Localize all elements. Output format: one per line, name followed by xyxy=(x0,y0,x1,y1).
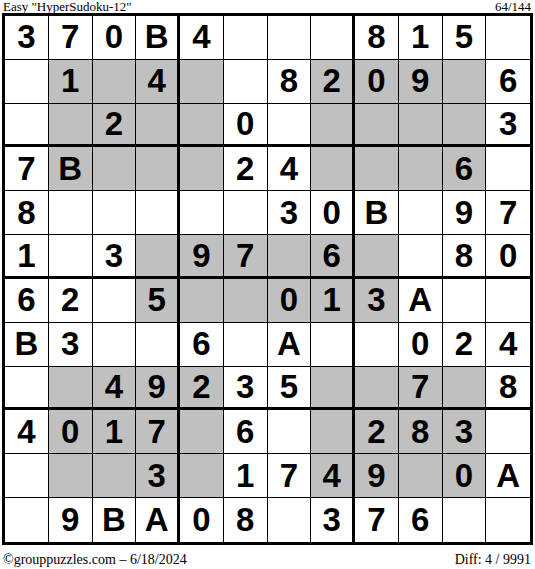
cell-r11c4: 3 xyxy=(136,454,180,498)
cell-r6c1: 1 xyxy=(5,235,49,279)
cell-r6c6: 7 xyxy=(224,235,268,279)
cell-r5c4[interactable] xyxy=(136,191,180,235)
cell-r3c8[interactable] xyxy=(311,104,355,148)
cell-r6c5: 9 xyxy=(180,235,224,279)
cell-r2c8: 2 xyxy=(311,60,355,104)
cell-r1c1: 3 xyxy=(5,16,49,60)
cell-r2c4: 4 xyxy=(136,60,180,104)
cell-r12c1[interactable] xyxy=(5,498,49,542)
cell-r10c9: 2 xyxy=(355,410,399,454)
cell-r2c1[interactable] xyxy=(5,60,49,104)
cell-r3c7[interactable] xyxy=(268,104,312,148)
cell-r9c1[interactable] xyxy=(5,367,49,411)
cell-r2c10: 9 xyxy=(399,60,443,104)
cell-r3c1[interactable] xyxy=(5,104,49,148)
cell-r10c5[interactable] xyxy=(180,410,224,454)
cell-r4c8[interactable] xyxy=(311,147,355,191)
cell-r11c9: 9 xyxy=(355,454,399,498)
cell-r11c5[interactable] xyxy=(180,454,224,498)
cell-r6c10[interactable] xyxy=(399,235,443,279)
header: Easy "HyperSudoku-12" 64/144 xyxy=(3,0,531,13)
cell-r7c10: A xyxy=(399,279,443,323)
cell-r10c4: 7 xyxy=(136,410,180,454)
cell-r6c9[interactable] xyxy=(355,235,399,279)
cell-r2c3[interactable] xyxy=(93,60,137,104)
cell-r12c3: B xyxy=(93,498,137,542)
cell-r11c3[interactable] xyxy=(93,454,137,498)
cell-r4c9[interactable] xyxy=(355,147,399,191)
cell-r1c7[interactable] xyxy=(268,16,312,60)
cell-r5c5[interactable] xyxy=(180,191,224,235)
cell-r6c11: 8 xyxy=(443,235,487,279)
cell-r1c10: 1 xyxy=(399,16,443,60)
cell-r9c9[interactable] xyxy=(355,367,399,411)
cell-r3c3: 2 xyxy=(93,104,137,148)
cell-r11c1[interactable] xyxy=(5,454,49,498)
cell-r7c1: 6 xyxy=(5,279,49,323)
cell-r12c10: 6 xyxy=(399,498,443,542)
cell-r4c10[interactable] xyxy=(399,147,443,191)
cell-counter: 64/144 xyxy=(495,0,531,13)
cell-r12c11[interactable] xyxy=(443,498,487,542)
cell-r4c7: 4 xyxy=(268,147,312,191)
cell-r1c2: 7 xyxy=(49,16,93,60)
cell-r2c2: 1 xyxy=(49,60,93,104)
cell-r10c6: 6 xyxy=(224,410,268,454)
cell-r12c4: A xyxy=(136,498,180,542)
cell-r12c8: 3 xyxy=(311,498,355,542)
cell-r4c12[interactable] xyxy=(486,147,530,191)
cell-r10c10: 8 xyxy=(399,410,443,454)
cell-r10c1: 4 xyxy=(5,410,49,454)
cell-r8c12: 4 xyxy=(486,323,530,367)
cell-r7c8: 1 xyxy=(311,279,355,323)
cell-r3c11[interactable] xyxy=(443,104,487,148)
cell-r6c2[interactable] xyxy=(49,235,93,279)
cell-r12c9: 7 xyxy=(355,498,399,542)
cell-r2c5[interactable] xyxy=(180,60,224,104)
cell-r5c10[interactable] xyxy=(399,191,443,235)
cell-r2c9: 0 xyxy=(355,60,399,104)
cell-r1c9: 8 xyxy=(355,16,399,60)
cell-r3c6: 0 xyxy=(224,104,268,148)
cell-r7c12[interactable] xyxy=(486,279,530,323)
cell-r5c9: B xyxy=(355,191,399,235)
cell-r3c9[interactable] xyxy=(355,104,399,148)
cell-r5c1: 8 xyxy=(5,191,49,235)
cell-r10c3: 1 xyxy=(93,410,137,454)
cell-r4c4[interactable] xyxy=(136,147,180,191)
cell-r1c5: 4 xyxy=(180,16,224,60)
cell-r5c2[interactable] xyxy=(49,191,93,235)
cell-r8c6[interactable] xyxy=(224,323,268,367)
cell-r8c8[interactable] xyxy=(311,323,355,367)
cell-r4c2: B xyxy=(49,147,93,191)
cell-r3c5[interactable] xyxy=(180,104,224,148)
cell-r7c3[interactable] xyxy=(93,279,137,323)
cell-r4c3[interactable] xyxy=(93,147,137,191)
cell-r12c6: 8 xyxy=(224,498,268,542)
cell-r11c10[interactable] xyxy=(399,454,443,498)
cell-r3c4[interactable] xyxy=(136,104,180,148)
cell-r2c7: 8 xyxy=(268,60,312,104)
cell-r7c9: 3 xyxy=(355,279,399,323)
cell-r11c6: 1 xyxy=(224,454,268,498)
cell-r2c12: 6 xyxy=(486,60,530,104)
cell-r10c2: 0 xyxy=(49,410,93,454)
cell-r11c2[interactable] xyxy=(49,454,93,498)
cell-r9c4: 9 xyxy=(136,367,180,411)
cell-r10c12[interactable] xyxy=(486,410,530,454)
cell-r12c7[interactable] xyxy=(268,498,312,542)
cell-r1c6[interactable] xyxy=(224,16,268,60)
cell-r11c7: 7 xyxy=(268,454,312,498)
cell-r10c7[interactable] xyxy=(268,410,312,454)
cell-r1c8[interactable] xyxy=(311,16,355,60)
cell-r7c2: 2 xyxy=(49,279,93,323)
cell-r9c10: 7 xyxy=(399,367,443,411)
copyright-date: ©grouppuzzles.com – 6/18/2024 xyxy=(3,552,187,567)
cell-r5c7: 3 xyxy=(268,191,312,235)
cell-r9c2[interactable] xyxy=(49,367,93,411)
cell-r1c4: B xyxy=(136,16,180,60)
cell-r7c4: 5 xyxy=(136,279,180,323)
cell-r1c11: 5 xyxy=(443,16,487,60)
difficulty-rating: Diff: 4 / 9991 xyxy=(455,552,531,567)
cell-r2c11[interactable] xyxy=(443,60,487,104)
cell-r11c12: A xyxy=(486,454,530,498)
cell-r12c5: 0 xyxy=(180,498,224,542)
cell-r8c10: 0 xyxy=(399,323,443,367)
cell-r6c3: 3 xyxy=(93,235,137,279)
cell-r3c2[interactable] xyxy=(49,104,93,148)
cell-r1c12[interactable] xyxy=(486,16,530,60)
cell-r9c5: 2 xyxy=(180,367,224,411)
cell-r9c11[interactable] xyxy=(443,367,487,411)
cell-r6c8: 6 xyxy=(311,235,355,279)
cell-r8c9[interactable] xyxy=(355,323,399,367)
cell-r2c6[interactable] xyxy=(224,60,268,104)
cell-r4c5[interactable] xyxy=(180,147,224,191)
footer: ©grouppuzzles.com – 6/18/2024 Diff: 4 / … xyxy=(3,551,531,567)
cell-r8c2: 3 xyxy=(49,323,93,367)
cell-r1c3: 0 xyxy=(93,16,137,60)
cell-r5c6[interactable] xyxy=(224,191,268,235)
puzzle-title: Easy "HyperSudoku-12" xyxy=(3,0,132,13)
cell-r8c1: B xyxy=(5,323,49,367)
cell-r6c4[interactable] xyxy=(136,235,180,279)
cell-r4c6: 2 xyxy=(224,147,268,191)
cell-r12c2: 9 xyxy=(49,498,93,542)
cell-r9c8[interactable] xyxy=(311,367,355,411)
cell-r10c11: 3 xyxy=(443,410,487,454)
cell-r11c8: 4 xyxy=(311,454,355,498)
cell-r4c1: 7 xyxy=(5,147,49,191)
cell-r9c7: 5 xyxy=(268,367,312,411)
cell-r8c3[interactable] xyxy=(93,323,137,367)
sudoku-board: 370B481514820962037B246830B9713976806250… xyxy=(2,13,533,545)
cell-r3c10[interactable] xyxy=(399,104,443,148)
cell-r5c11: 9 xyxy=(443,191,487,235)
cell-r9c3: 4 xyxy=(93,367,137,411)
cell-r8c4[interactable] xyxy=(136,323,180,367)
cell-r6c7[interactable] xyxy=(268,235,312,279)
cell-r8c5: 6 xyxy=(180,323,224,367)
cell-r3c12: 3 xyxy=(486,104,530,148)
cell-r11c11: 0 xyxy=(443,454,487,498)
cell-r7c11[interactable] xyxy=(443,279,487,323)
cell-r5c8: 0 xyxy=(311,191,355,235)
cell-r5c3[interactable] xyxy=(93,191,137,235)
cell-r7c7: 0 xyxy=(268,279,312,323)
cell-r10c8[interactable] xyxy=(311,410,355,454)
cell-r6c12: 0 xyxy=(486,235,530,279)
puzzle-page: Easy "HyperSudoku-12" 64/144 370B4815148… xyxy=(0,0,535,569)
cell-r7c6[interactable] xyxy=(224,279,268,323)
cell-r7c5[interactable] xyxy=(180,279,224,323)
cell-r12c12[interactable] xyxy=(486,498,530,542)
cell-r9c12: 8 xyxy=(486,367,530,411)
cell-r4c11: 6 xyxy=(443,147,487,191)
cell-r9c6: 3 xyxy=(224,367,268,411)
cell-r8c11: 2 xyxy=(443,323,487,367)
cell-r5c12: 7 xyxy=(486,191,530,235)
cell-r8c7: A xyxy=(268,323,312,367)
